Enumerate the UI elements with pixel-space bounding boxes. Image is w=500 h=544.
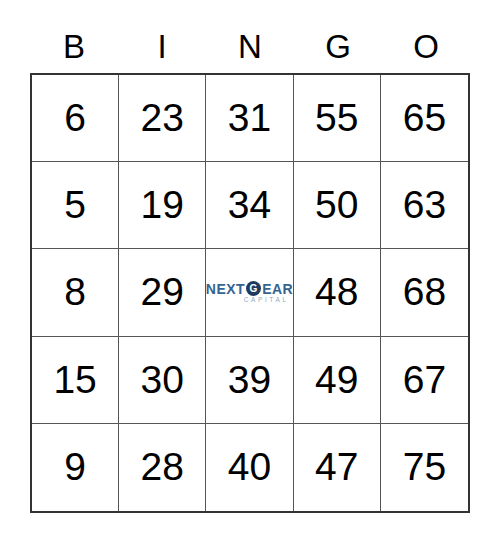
header-letter-n: N [206, 30, 294, 73]
bingo-cell[interactable]: 68 [381, 249, 468, 336]
bingo-cell[interactable]: 8 [32, 249, 119, 336]
bingo-cell[interactable]: 5 [32, 162, 119, 249]
bingo-cell[interactable]: 34 [206, 162, 293, 249]
bingo-cell[interactable]: 63 [381, 162, 468, 249]
bingo-header: B I N G O [30, 0, 470, 73]
bingo-cell[interactable]: 31 [206, 75, 293, 162]
logo-text-capital: CAPITAL [207, 297, 291, 304]
bingo-cell[interactable]: 47 [294, 424, 381, 511]
bingo-cell[interactable]: 28 [119, 424, 206, 511]
bingo-cell[interactable]: 9 [32, 424, 119, 511]
bingo-cell[interactable]: 19 [119, 162, 206, 249]
free-space-cell[interactable]: NEXTGEAR CAPITAL [206, 249, 293, 336]
bingo-cell[interactable]: 40 [206, 424, 293, 511]
gear-circle-icon: G [246, 281, 261, 296]
logo-text-next: NEXT [206, 282, 245, 296]
bingo-grid: 6 23 31 55 65 5 19 34 50 63 8 29 NEXTGEA… [30, 73, 470, 513]
bingo-cell[interactable]: 23 [119, 75, 206, 162]
bingo-cell[interactable]: 65 [381, 75, 468, 162]
nextgear-capital-logo: NEXTGEAR CAPITAL [207, 281, 291, 304]
header-letter-g: G [294, 30, 382, 73]
bingo-cell[interactable]: 67 [381, 337, 468, 424]
bingo-cell[interactable]: 55 [294, 75, 381, 162]
bingo-cell[interactable]: 6 [32, 75, 119, 162]
nextgear-logo-wordmark: NEXTGEAR [206, 281, 293, 296]
header-letter-o: O [382, 30, 470, 73]
logo-text-ear: EAR [262, 282, 293, 296]
bingo-cell[interactable]: 29 [119, 249, 206, 336]
bingo-cell[interactable]: 39 [206, 337, 293, 424]
bingo-cell[interactable]: 49 [294, 337, 381, 424]
bingo-cell[interactable]: 30 [119, 337, 206, 424]
bingo-card: B I N G O 6 23 31 55 65 5 19 34 50 63 8 … [0, 0, 500, 544]
bingo-cell[interactable]: 15 [32, 337, 119, 424]
bingo-cell[interactable]: 50 [294, 162, 381, 249]
bingo-cell[interactable]: 48 [294, 249, 381, 336]
bingo-cell[interactable]: 75 [381, 424, 468, 511]
header-letter-b: B [30, 30, 118, 73]
header-letter-i: I [118, 30, 206, 73]
